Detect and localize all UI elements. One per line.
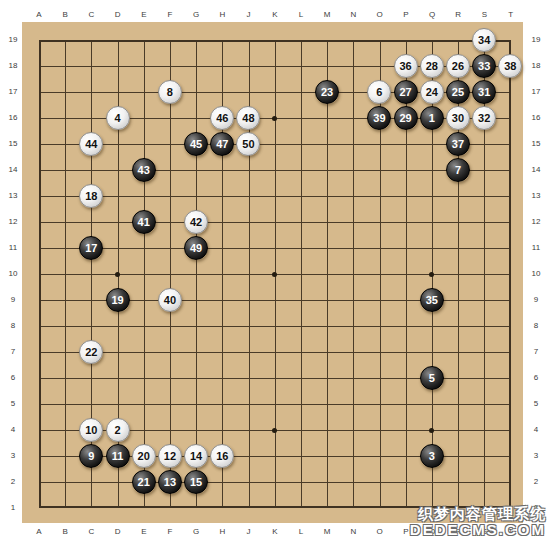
stone-white-move-16-H3: 16 <box>210 444 234 468</box>
column-label-top-S: S <box>474 10 494 20</box>
stone-black-move-45-G15: 45 <box>184 132 208 156</box>
column-label-top-A: A <box>29 10 49 20</box>
stone-white-move-40-F9: 40 <box>158 288 182 312</box>
watermark-cn-text: 织梦内容管理系统 <box>410 506 546 522</box>
column-label-bottom-E: E <box>134 527 154 537</box>
stone-black-move-15-G2: 15 <box>184 470 208 494</box>
row-label-left-5: 5 <box>3 399 23 409</box>
move-number: 34 <box>478 34 490 46</box>
row-label-right-13: 13 <box>526 191 546 201</box>
stone-white-move-12-F3: 12 <box>158 444 182 468</box>
move-number: 3 <box>429 450 435 462</box>
stone-black-move-29-P16: 29 <box>394 106 418 130</box>
column-label-top-E: E <box>134 10 154 20</box>
move-number: 45 <box>190 138 202 150</box>
move-number: 15 <box>190 476 202 488</box>
move-number: 31 <box>478 86 490 98</box>
stone-white-move-22-C7: 22 <box>79 340 103 364</box>
stone-black-move-43-E14: 43 <box>132 158 156 182</box>
stone-black-move-5-Q6: 5 <box>420 366 444 390</box>
move-number: 16 <box>216 450 228 462</box>
row-label-left-17: 17 <box>3 87 23 97</box>
move-number: 27 <box>399 86 411 98</box>
row-label-right-12: 12 <box>526 217 546 227</box>
move-number: 2 <box>114 424 120 436</box>
stone-black-move-33-S18: 33 <box>472 54 496 78</box>
stone-black-move-39-O16: 39 <box>367 106 391 130</box>
move-number: 17 <box>85 242 97 254</box>
row-label-right-16: 16 <box>526 113 546 123</box>
column-label-bottom-B: B <box>55 527 75 537</box>
column-label-bottom-L: L <box>291 527 311 537</box>
move-number: 40 <box>164 294 176 306</box>
move-number: 44 <box>85 138 97 150</box>
row-label-right-15: 15 <box>526 139 546 149</box>
stone-black-move-19-D9: 19 <box>106 288 130 312</box>
column-label-top-F: F <box>160 10 180 20</box>
move-number: 42 <box>190 216 202 228</box>
row-label-right-11: 11 <box>526 243 546 253</box>
column-label-top-B: B <box>55 10 75 20</box>
move-number: 18 <box>85 190 97 202</box>
stone-white-move-14-G3: 14 <box>184 444 208 468</box>
move-number: 35 <box>426 294 438 306</box>
stone-white-move-2-D4: 2 <box>106 418 130 442</box>
stone-white-move-10-C4: 10 <box>79 418 103 442</box>
column-label-top-R: R <box>448 10 468 20</box>
row-label-left-1: 1 <box>3 503 23 513</box>
column-label-top-L: L <box>291 10 311 20</box>
row-label-left-10: 10 <box>3 269 23 279</box>
row-label-right-10: 10 <box>526 269 546 279</box>
row-label-right-9: 9 <box>526 295 546 305</box>
move-number: 39 <box>373 112 385 124</box>
stone-white-move-46-H16: 46 <box>210 106 234 130</box>
stone-white-move-32-S16: 32 <box>472 106 496 130</box>
star-point-Q10 <box>429 272 434 277</box>
row-label-right-8: 8 <box>526 321 546 331</box>
watermark-url-text: DEDECMS.COM <box>410 522 546 538</box>
stone-black-move-21-E2: 21 <box>132 470 156 494</box>
column-label-top-P: P <box>396 10 416 20</box>
row-label-left-2: 2 <box>3 477 23 487</box>
stone-white-move-44-C15: 44 <box>79 132 103 156</box>
move-number: 9 <box>88 450 94 462</box>
column-label-bottom-A: A <box>29 527 49 537</box>
move-number: 28 <box>426 60 438 72</box>
move-number: 12 <box>164 450 176 462</box>
stone-black-move-47-H15: 47 <box>210 132 234 156</box>
stone-white-move-34-S19: 34 <box>472 28 496 52</box>
move-number: 20 <box>138 450 150 462</box>
column-label-bottom-D: D <box>108 527 128 537</box>
stone-black-move-23-M17: 23 <box>315 80 339 104</box>
move-number: 6 <box>376 86 382 98</box>
stone-black-move-27-P17: 27 <box>394 80 418 104</box>
stone-white-move-28-Q18: 28 <box>420 54 444 78</box>
stone-black-move-9-C3: 9 <box>79 444 103 468</box>
column-label-bottom-O: O <box>370 527 390 537</box>
move-number: 14 <box>190 450 202 462</box>
row-label-left-14: 14 <box>3 165 23 175</box>
go-diagram-page: 1234567891011121314151617181920212223242… <box>0 0 550 550</box>
column-label-top-Q: Q <box>422 10 442 20</box>
move-number: 30 <box>452 112 464 124</box>
row-label-left-7: 7 <box>3 347 23 357</box>
stones-layer: 1234567891011121314151617181920212223242… <box>26 27 524 521</box>
stone-black-move-3-Q3: 3 <box>420 444 444 468</box>
move-number: 19 <box>111 294 123 306</box>
row-label-right-4: 4 <box>526 425 546 435</box>
star-point-K4 <box>272 428 277 433</box>
stone-black-move-41-E12: 41 <box>132 210 156 234</box>
stone-black-move-25-R17: 25 <box>446 80 470 104</box>
row-label-right-7: 7 <box>526 347 546 357</box>
move-number: 13 <box>164 476 176 488</box>
stone-white-move-38-T18: 38 <box>498 54 522 78</box>
stone-white-move-48-J16: 48 <box>236 106 260 130</box>
row-label-left-19: 19 <box>3 35 23 45</box>
stone-black-move-11-D3: 11 <box>106 444 130 468</box>
star-point-Q4 <box>429 428 434 433</box>
column-label-top-O: O <box>370 10 390 20</box>
stone-black-move-1-Q16: 1 <box>420 106 444 130</box>
column-label-bottom-H: H <box>212 527 232 537</box>
star-point-D10 <box>115 272 120 277</box>
stone-black-move-31-S17: 31 <box>472 80 496 104</box>
column-label-bottom-F: F <box>160 527 180 537</box>
move-number: 8 <box>167 86 173 98</box>
stone-black-move-13-F2: 13 <box>158 470 182 494</box>
row-label-right-19: 19 <box>526 35 546 45</box>
move-number: 33 <box>478 60 490 72</box>
column-label-top-T: T <box>501 10 521 20</box>
stone-white-move-24-Q17: 24 <box>420 80 444 104</box>
star-point-K16 <box>272 116 277 121</box>
stone-white-move-6-O17: 6 <box>367 80 391 104</box>
column-label-top-N: N <box>343 10 363 20</box>
move-number: 10 <box>85 424 97 436</box>
stone-white-move-20-E3: 20 <box>132 444 156 468</box>
column-label-top-K: K <box>265 10 285 20</box>
row-label-left-11: 11 <box>3 243 23 253</box>
stone-black-move-49-G11: 49 <box>184 236 208 260</box>
stone-white-move-50-J15: 50 <box>236 132 260 156</box>
column-label-top-H: H <box>212 10 232 20</box>
row-label-left-16: 16 <box>3 113 23 123</box>
row-label-right-3: 3 <box>526 451 546 461</box>
stone-white-move-18-C13: 18 <box>79 184 103 208</box>
move-number: 22 <box>85 346 97 358</box>
move-number: 46 <box>216 112 228 124</box>
row-label-right-5: 5 <box>526 399 546 409</box>
column-label-bottom-C: C <box>81 527 101 537</box>
row-label-right-6: 6 <box>526 373 546 383</box>
column-label-bottom-K: K <box>265 527 285 537</box>
stone-white-move-42-G12: 42 <box>184 210 208 234</box>
move-number: 32 <box>478 112 490 124</box>
stone-black-move-37-R15: 37 <box>446 132 470 156</box>
move-number: 11 <box>112 450 124 462</box>
move-number: 23 <box>321 86 333 98</box>
stone-black-move-35-Q9: 35 <box>420 288 444 312</box>
row-label-left-15: 15 <box>3 139 23 149</box>
move-number: 21 <box>138 476 150 488</box>
stone-black-move-17-C11: 17 <box>79 236 103 260</box>
column-label-bottom-J: J <box>239 527 259 537</box>
stone-white-move-8-F17: 8 <box>158 80 182 104</box>
stone-white-move-36-P18: 36 <box>394 54 418 78</box>
move-number: 5 <box>429 372 435 384</box>
row-label-right-18: 18 <box>526 61 546 71</box>
row-label-left-6: 6 <box>3 373 23 383</box>
column-label-top-C: C <box>81 10 101 20</box>
row-label-left-18: 18 <box>3 61 23 71</box>
move-number: 26 <box>452 60 464 72</box>
move-number: 41 <box>138 216 150 228</box>
column-label-bottom-N: N <box>343 527 363 537</box>
column-label-bottom-M: M <box>317 527 337 537</box>
stone-white-move-30-R16: 30 <box>446 106 470 130</box>
move-number: 24 <box>426 86 438 98</box>
move-number: 25 <box>452 86 464 98</box>
move-number: 36 <box>399 60 411 72</box>
row-label-left-3: 3 <box>3 451 23 461</box>
row-label-left-13: 13 <box>3 191 23 201</box>
row-label-right-14: 14 <box>526 165 546 175</box>
star-point-K10 <box>272 272 277 277</box>
move-number: 50 <box>242 138 254 150</box>
row-label-left-12: 12 <box>3 217 23 227</box>
move-number: 43 <box>138 164 150 176</box>
stone-black-move-7-R14: 7 <box>446 158 470 182</box>
move-number: 1 <box>429 112 435 124</box>
stone-white-move-26-R18: 26 <box>446 54 470 78</box>
row-label-right-2: 2 <box>526 477 546 487</box>
move-number: 4 <box>114 112 120 124</box>
move-number: 37 <box>452 138 464 150</box>
move-number: 7 <box>455 164 461 176</box>
column-label-top-M: M <box>317 10 337 20</box>
row-label-left-9: 9 <box>3 295 23 305</box>
column-label-bottom-G: G <box>186 527 206 537</box>
move-number: 29 <box>399 112 411 124</box>
move-number: 48 <box>242 112 254 124</box>
column-label-top-J: J <box>239 10 259 20</box>
move-number: 38 <box>504 60 516 72</box>
watermark: 织梦内容管理系统 DEDECMS.COM <box>410 506 546 538</box>
move-number: 47 <box>216 138 228 150</box>
stone-white-move-4-D16: 4 <box>106 106 130 130</box>
column-label-top-D: D <box>108 10 128 20</box>
row-label-right-17: 17 <box>526 87 546 97</box>
row-label-left-8: 8 <box>3 321 23 331</box>
column-label-top-G: G <box>186 10 206 20</box>
row-label-left-4: 4 <box>3 425 23 435</box>
move-number: 49 <box>190 242 202 254</box>
